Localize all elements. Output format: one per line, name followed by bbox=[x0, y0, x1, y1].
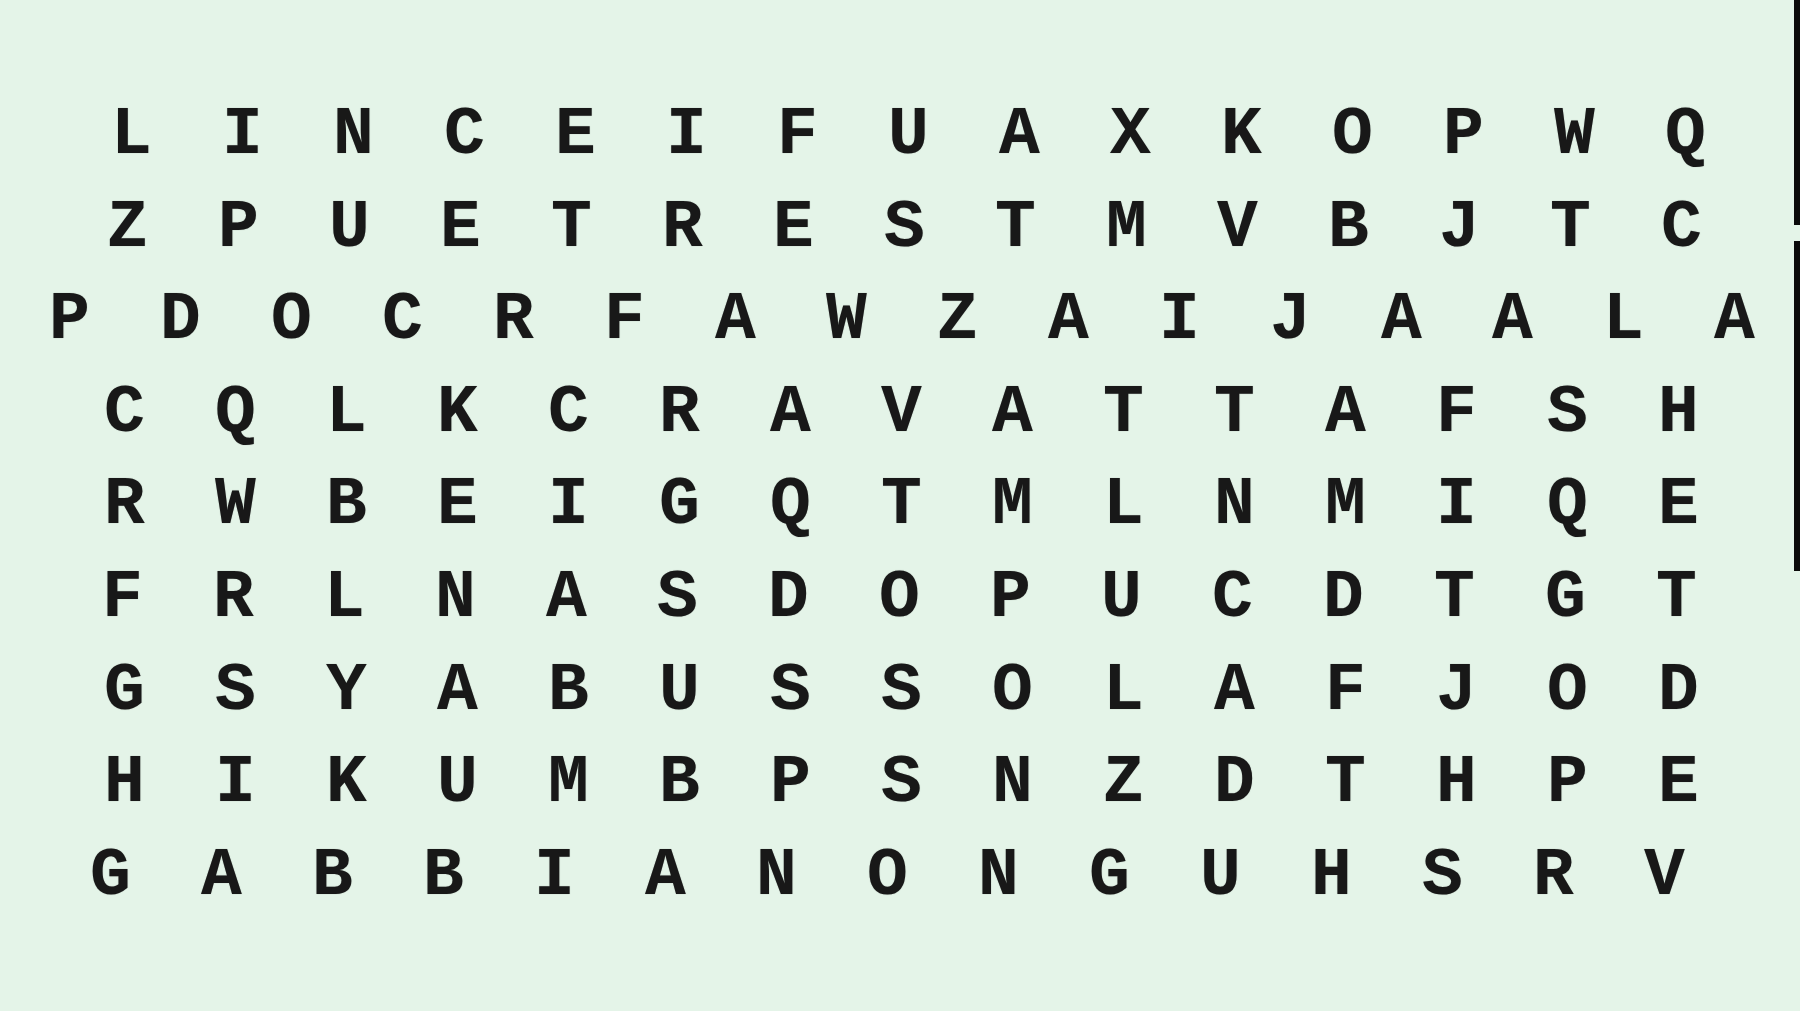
grid-cell[interactable]: J bbox=[1401, 645, 1512, 738]
grid-cell[interactable]: D bbox=[1179, 737, 1290, 830]
grid-cell[interactable]: N bbox=[400, 552, 511, 645]
grid-cell[interactable]: E bbox=[520, 89, 631, 182]
grid-cell[interactable]: F bbox=[1290, 645, 1401, 738]
grid-cell[interactable]: T bbox=[960, 182, 1071, 275]
grid-cell[interactable]: J bbox=[1235, 274, 1346, 367]
grid-cell[interactable]: A bbox=[1013, 274, 1124, 367]
grid-cell[interactable]: S bbox=[180, 645, 291, 738]
grid-cell[interactable]: Q bbox=[180, 367, 291, 460]
grid-cell[interactable]: T bbox=[1290, 737, 1401, 830]
grid-row: FRLNASDOPUCDTGT bbox=[0, 552, 1790, 645]
grid-cell[interactable]: A bbox=[1179, 645, 1290, 738]
grid-cell[interactable]: N bbox=[957, 737, 1068, 830]
grid-cell[interactable]: B bbox=[388, 830, 499, 923]
grid-cell[interactable]: R bbox=[1498, 830, 1609, 923]
grid-cell[interactable]: W bbox=[180, 459, 291, 552]
grid-cell[interactable]: G bbox=[624, 459, 735, 552]
grid-cell[interactable]: D bbox=[1623, 645, 1734, 738]
grid-cell[interactable]: T bbox=[1515, 182, 1626, 275]
grid-cell[interactable]: F bbox=[742, 89, 853, 182]
grid-cell[interactable]: G bbox=[1054, 830, 1165, 923]
grid-cell[interactable]: S bbox=[622, 552, 733, 645]
grid-cell[interactable]: M bbox=[1071, 182, 1182, 275]
grid-cell[interactable]: I bbox=[1401, 459, 1512, 552]
grid-cell[interactable]: P bbox=[14, 274, 125, 367]
grid-cell[interactable]: L bbox=[291, 367, 402, 460]
grid-cell[interactable]: M bbox=[513, 737, 624, 830]
grid-cell[interactable]: O bbox=[236, 274, 347, 367]
grid-cell[interactable]: Q bbox=[1512, 459, 1623, 552]
grid-cell[interactable]: U bbox=[294, 182, 405, 275]
grid-cell[interactable]: T bbox=[1179, 367, 1290, 460]
grid-cell[interactable]: B bbox=[513, 645, 624, 738]
grid-cell[interactable]: T bbox=[1068, 367, 1179, 460]
grid-cell[interactable]: I bbox=[513, 459, 624, 552]
grid-cell[interactable]: K bbox=[1186, 89, 1297, 182]
grid-cell[interactable]: H bbox=[1401, 737, 1512, 830]
grid-cell[interactable]: C bbox=[347, 274, 458, 367]
grid-cell[interactable]: B bbox=[624, 737, 735, 830]
grid-cell[interactable]: P bbox=[183, 182, 294, 275]
grid-row: RWBEIGQTMLNMIQE bbox=[0, 459, 1790, 552]
grid-cell[interactable]: A bbox=[511, 552, 622, 645]
grid-cell[interactable]: F bbox=[569, 274, 680, 367]
grid-cell[interactable]: E bbox=[405, 182, 516, 275]
grid-cell[interactable]: Y bbox=[291, 645, 402, 738]
grid-cell[interactable]: P bbox=[1408, 89, 1519, 182]
grid-cell[interactable]: R bbox=[627, 182, 738, 275]
grid-cell[interactable]: X bbox=[1075, 89, 1186, 182]
grid-cell[interactable]: O bbox=[1297, 89, 1408, 182]
grid-cell[interactable]: A bbox=[1457, 274, 1568, 367]
letter-grid: LINCEIFUAXKOPWQZPUETRESTMVBJTCPDOCRFAWZA… bbox=[0, 89, 1790, 922]
grid-cell[interactable]: G bbox=[69, 645, 180, 738]
grid-cell[interactable]: E bbox=[402, 459, 513, 552]
grid-cell[interactable]: H bbox=[1276, 830, 1387, 923]
grid-cell[interactable]: N bbox=[721, 830, 832, 923]
grid-cell[interactable]: A bbox=[1346, 274, 1457, 367]
grid-cell[interactable]: R bbox=[624, 367, 735, 460]
grid-cell[interactable]: T bbox=[846, 459, 957, 552]
grid-cell[interactable]: O bbox=[1512, 645, 1623, 738]
grid-cell[interactable]: G bbox=[55, 830, 166, 923]
grid-cell[interactable]: S bbox=[735, 645, 846, 738]
grid-cell[interactable]: P bbox=[955, 552, 1066, 645]
grid-cell[interactable]: A bbox=[957, 367, 1068, 460]
word-search-board: LINCEIFUAXKOPWQZPUETRESTMVBJTCPDOCRFAWZA… bbox=[0, 0, 1800, 1011]
grid-row: GSYABUSSOLAFJOD bbox=[0, 645, 1790, 738]
grid-cell[interactable]: W bbox=[791, 274, 902, 367]
grid-cell[interactable]: I bbox=[180, 737, 291, 830]
grid-cell[interactable]: A bbox=[402, 645, 513, 738]
grid-cell[interactable]: U bbox=[853, 89, 964, 182]
grid-cell[interactable]: I bbox=[631, 89, 742, 182]
grid-cell[interactable]: L bbox=[1068, 459, 1179, 552]
grid-cell[interactable]: V bbox=[846, 367, 957, 460]
grid-cell[interactable]: Z bbox=[72, 182, 183, 275]
grid-row: LINCEIFUAXKOPWQ bbox=[0, 89, 1790, 182]
grid-cell[interactable]: E bbox=[738, 182, 849, 275]
grid-cell[interactable]: A bbox=[680, 274, 791, 367]
grid-cell[interactable]: I bbox=[499, 830, 610, 923]
grid-cell[interactable]: T bbox=[1399, 552, 1510, 645]
grid-row: HIKUMBPSNZDTHPE bbox=[0, 737, 1790, 830]
grid-cell[interactable]: V bbox=[1182, 182, 1293, 275]
grid-cell[interactable]: D bbox=[125, 274, 236, 367]
grid-cell[interactable]: Z bbox=[1068, 737, 1179, 830]
grid-cell[interactable]: K bbox=[402, 367, 513, 460]
grid-cell[interactable]: O bbox=[844, 552, 955, 645]
grid-cell[interactable]: E bbox=[1623, 459, 1734, 552]
grid-cell[interactable]: I bbox=[187, 89, 298, 182]
grid-cell[interactable]: U bbox=[1165, 830, 1276, 923]
grid-cell[interactable]: R bbox=[458, 274, 569, 367]
grid-cell[interactable]: S bbox=[846, 645, 957, 738]
grid-cell[interactable]: R bbox=[69, 459, 180, 552]
grid-cell[interactable]: F bbox=[67, 552, 178, 645]
grid-cell[interactable]: Z bbox=[902, 274, 1013, 367]
grid-cell[interactable]: E bbox=[1623, 737, 1734, 830]
grid-cell[interactable]: A bbox=[1679, 274, 1790, 367]
cropped-border-artifact-top bbox=[1794, 0, 1800, 225]
grid-cell[interactable]: N bbox=[298, 89, 409, 182]
grid-cell[interactable]: B bbox=[1293, 182, 1404, 275]
grid-cell[interactable]: L bbox=[76, 89, 187, 182]
grid-cell[interactable]: T bbox=[1621, 552, 1732, 645]
grid-cell[interactable]: W bbox=[1519, 89, 1630, 182]
grid-cell[interactable]: V bbox=[1609, 830, 1720, 923]
grid-cell[interactable]: N bbox=[943, 830, 1054, 923]
grid-cell[interactable]: U bbox=[402, 737, 513, 830]
grid-cell[interactable]: D bbox=[1288, 552, 1399, 645]
grid-row: PDOCRFAWZAIJAALA bbox=[0, 274, 1790, 367]
grid-row: ZPUETRESTMVBJTC bbox=[0, 182, 1790, 275]
grid-cell[interactable]: S bbox=[849, 182, 960, 275]
grid-cell[interactable]: N bbox=[1179, 459, 1290, 552]
grid-cell[interactable]: U bbox=[1066, 552, 1177, 645]
grid-cell[interactable]: C bbox=[1177, 552, 1288, 645]
grid-cell[interactable]: J bbox=[1404, 182, 1515, 275]
grid-cell[interactable]: O bbox=[832, 830, 943, 923]
grid-cell[interactable]: A bbox=[610, 830, 721, 923]
grid-cell[interactable]: Q bbox=[1630, 89, 1741, 182]
grid-cell[interactable]: A bbox=[735, 367, 846, 460]
grid-cell[interactable]: G bbox=[1510, 552, 1621, 645]
grid-cell[interactable]: C bbox=[513, 367, 624, 460]
grid-cell[interactable]: M bbox=[1290, 459, 1401, 552]
grid-cell[interactable]: D bbox=[733, 552, 844, 645]
grid-cell[interactable]: L bbox=[1068, 645, 1179, 738]
grid-cell[interactable]: B bbox=[277, 830, 388, 923]
grid-cell[interactable]: F bbox=[1401, 367, 1512, 460]
grid-row: CQLKCRAVATTAFSH bbox=[0, 367, 1790, 460]
grid-cell[interactable]: S bbox=[1387, 830, 1498, 923]
grid-cell[interactable]: K bbox=[291, 737, 402, 830]
grid-row: GABBIANONGUHSRV bbox=[0, 830, 1790, 923]
grid-cell[interactable]: A bbox=[1290, 367, 1401, 460]
grid-cell[interactable]: T bbox=[516, 182, 627, 275]
grid-cell[interactable]: H bbox=[1623, 367, 1734, 460]
grid-cell[interactable]: L bbox=[1568, 274, 1679, 367]
grid-cell[interactable]: A bbox=[964, 89, 1075, 182]
grid-cell[interactable]: M bbox=[957, 459, 1068, 552]
cropped-border-artifact-bottom bbox=[1794, 241, 1800, 571]
grid-cell[interactable]: U bbox=[624, 645, 735, 738]
grid-cell[interactable]: C bbox=[1626, 182, 1737, 275]
grid-cell[interactable]: P bbox=[735, 737, 846, 830]
grid-cell[interactable]: P bbox=[1512, 737, 1623, 830]
grid-cell[interactable]: C bbox=[69, 367, 180, 460]
grid-cell[interactable]: R bbox=[178, 552, 289, 645]
grid-cell[interactable]: I bbox=[1124, 274, 1235, 367]
grid-cell[interactable]: L bbox=[289, 552, 400, 645]
grid-cell[interactable]: C bbox=[409, 89, 520, 182]
grid-cell[interactable]: S bbox=[1512, 367, 1623, 460]
grid-cell[interactable]: A bbox=[166, 830, 277, 923]
grid-cell[interactable]: H bbox=[69, 737, 180, 830]
grid-cell[interactable]: Q bbox=[735, 459, 846, 552]
grid-cell[interactable]: S bbox=[846, 737, 957, 830]
grid-cell[interactable]: B bbox=[291, 459, 402, 552]
grid-cell[interactable]: O bbox=[957, 645, 1068, 738]
